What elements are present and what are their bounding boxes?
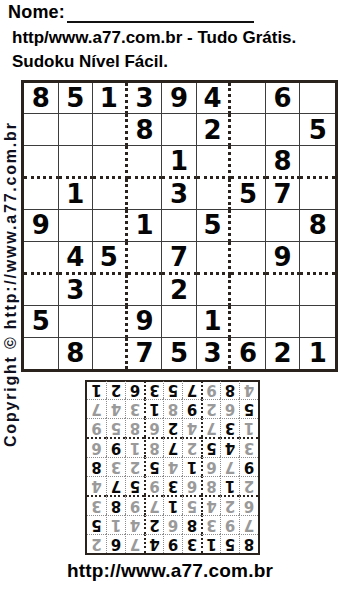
solution-cell-r5c3: 6 [201,457,220,476]
solution-cell-r5c9: 8 [87,457,106,476]
solution-cell-r1c3: 1 [201,534,220,553]
solution-cell-r6c8: 9 [106,437,125,457]
solution-cell-r9c9: 1 [87,381,106,399]
cell-r7c5: 2 [162,275,197,306]
cell-r1c2: 5 [59,83,94,114]
solution-cell-r1c8: 6 [106,534,125,553]
solution-cell-r2c5: 6 [163,515,182,534]
solution-cell-r5c5: 4 [163,457,182,476]
cell-r3c7[interactable] [231,146,266,179]
solution-cell-r7c2: 3 [220,418,239,437]
cell-r5c4: 1 [128,210,163,241]
copyright-vertical-text: Copyright © http://www.a77.com.br [2,121,20,447]
solution-cell-r6c9: 6 [87,437,106,457]
cell-r2c8[interactable] [266,114,301,145]
cell-r6c9[interactable] [300,242,335,275]
cell-r1c8: 6 [266,83,301,114]
footer-url: http://www.a77.com.br [0,560,340,582]
solution-cell-r5c2: 7 [220,457,239,476]
solution-cell-r6c5: 7 [163,437,182,457]
cell-r4c9[interactable] [300,179,335,210]
solution-cell-r1c2: 5 [220,534,239,553]
cell-r3c1[interactable] [24,146,59,179]
cell-r9c4: 7 [128,338,163,369]
cell-r7c2: 3 [59,275,94,306]
solution-cell-r8c3: 2 [201,399,220,418]
solution-cell-r6c3: 5 [201,437,220,457]
cell-r8c8[interactable] [266,306,301,337]
solution-cell-r3c9: 3 [87,495,106,515]
cell-r7c8[interactable] [266,275,301,306]
solution-cell-r5c8: 3 [106,457,125,476]
solution-cell-r2c9: 5 [87,515,106,534]
solution-cell-r1c7: 7 [125,534,144,553]
cell-r4c1[interactable] [24,179,59,210]
solution-cell-r2c7: 4 [125,515,144,534]
cell-r2c1[interactable] [24,114,59,145]
cell-r3c8: 8 [266,146,301,179]
cell-r7c1[interactable] [24,275,59,306]
cell-r2c3[interactable] [93,114,128,145]
name-write-in-line[interactable] [67,3,254,23]
cell-r3c3[interactable] [93,146,128,179]
solution-cell-r8c9: 7 [87,399,106,418]
solution-cell-r2c3: 3 [201,515,220,534]
solution-cell-r4c2: 1 [220,476,239,495]
cell-r9c5: 5 [162,338,197,369]
cell-r9c8: 2 [266,338,301,369]
cell-r5c1: 9 [24,210,59,241]
cell-r8c9[interactable] [300,306,335,337]
cell-r8c6: 1 [197,306,232,337]
solution-cell-r9c1: 4 [239,381,258,399]
solution-cell-r2c1: 7 [239,515,258,534]
cell-r7c7[interactable] [231,275,266,306]
solution-cell-r5c7: 2 [125,457,144,476]
solution-cell-r6c7: 1 [125,437,144,457]
cell-r8c3[interactable] [93,306,128,337]
cell-r3c5: 1 [162,146,197,179]
cell-r6c8: 9 [266,242,301,275]
solution-cell-r3c1: 6 [239,495,258,515]
cell-r2c4: 8 [128,114,163,145]
cell-r4c8: 7 [266,179,301,210]
solution-cell-r4c8: 7 [106,476,125,495]
solution-cell-r7c4: 4 [182,418,201,437]
cell-r7c3[interactable] [93,275,128,306]
cell-r2c2[interactable] [59,114,94,145]
solution-cell-r9c8: 2 [106,381,125,399]
cell-r9c1[interactable] [24,338,59,369]
solution-cell-r8c2: 6 [220,399,239,418]
cell-r6c2: 4 [59,242,94,275]
solution-board: 8513947627938624156245179832186395749761… [85,380,260,555]
cell-r7c9[interactable] [300,275,335,306]
cell-r9c3[interactable] [93,338,128,369]
cell-r3c4[interactable] [128,146,163,179]
cell-r2c7[interactable] [231,114,266,145]
cell-r6c1[interactable] [24,242,59,275]
solution-cell-r4c7: 5 [125,476,144,495]
solution-cell-r7c5: 2 [163,418,182,437]
solution-cell-r1c6: 4 [144,534,163,553]
cell-r6c3: 5 [93,242,128,275]
solution-cell-r9c7: 6 [125,381,144,399]
solution-cell-r5c4: 1 [182,457,201,476]
solution-cell-r7c8: 5 [106,418,125,437]
cell-r5c9: 8 [300,210,335,241]
name-row: Nome: [8,2,332,23]
cell-r5c5[interactable] [162,210,197,241]
cell-r1c3: 1 [93,83,128,114]
solution-cell-r8c7: 3 [125,399,144,418]
cell-r8c2[interactable] [59,306,94,337]
cell-r6c5: 7 [162,242,197,275]
solution-cell-r3c7: 9 [125,495,144,515]
solution-cell-r7c3: 7 [201,418,220,437]
cell-r1c4: 3 [128,83,163,114]
cell-r3c6[interactable] [197,146,232,179]
cell-r4c3[interactable] [93,179,128,210]
solution-cell-r9c3: 9 [201,381,220,399]
solution-cell-r3c8: 8 [106,495,125,515]
solution-cell-r3c4: 5 [182,495,201,515]
name-label: Nome: [8,2,65,23]
solution-cell-r1c1: 8 [239,534,258,553]
solution-cell-r3c3: 4 [201,495,220,515]
cell-r8c7[interactable] [231,306,266,337]
cell-r1c6: 4 [197,83,232,114]
solution-cell-r7c6: 6 [144,418,163,437]
cell-r5c8[interactable] [266,210,301,241]
solution-cell-r3c5: 1 [163,495,182,515]
solution-cell-r4c5: 3 [163,476,182,495]
solution-cell-r6c2: 4 [220,437,239,457]
solution-cell-r1c4: 3 [182,534,201,553]
solution-cell-r1c5: 9 [163,534,182,553]
cell-r9c9: 1 [300,338,335,369]
solution-cell-r7c7: 8 [125,418,144,437]
solution-cell-r9c4: 7 [182,381,201,399]
worksheet-page: Nome: http/www.a77.com.br - Tudo Grátis.… [0,0,340,596]
cell-r8c5[interactable] [162,306,197,337]
cell-r5c2[interactable] [59,210,94,241]
cell-r2c9: 5 [300,114,335,145]
cell-r2c5[interactable] [162,114,197,145]
sudoku-board: 851394682518135791584579325918753621 [21,80,338,372]
solution-cell-r2c4: 8 [182,515,201,534]
site-header-text: http/www.a77.com.br - Tudo Grátis. [12,28,296,48]
cell-r6c7[interactable] [231,242,266,275]
cell-r3c9[interactable] [300,146,335,179]
cell-r1c5: 9 [162,83,197,114]
cell-r8c4: 9 [128,306,163,337]
cell-r4c4[interactable] [128,179,163,210]
cell-r7c6[interactable] [197,275,232,306]
solution-cell-r3c6: 7 [144,495,163,515]
cell-r7c4[interactable] [128,275,163,306]
solution-cell-r2c6: 2 [144,515,163,534]
solution-cell-r7c9: 9 [87,418,106,437]
solution-cell-r7c1: 1 [239,418,258,437]
solution-cell-r4c1: 2 [239,476,258,495]
solution-cell-r5c6: 5 [144,457,163,476]
cell-r5c3[interactable] [93,210,128,241]
cell-r5c6: 5 [197,210,232,241]
cell-r6c4[interactable] [128,242,163,275]
solution-cell-r6c1: 3 [239,437,258,457]
cell-r8c1: 5 [24,306,59,337]
solution-cell-r5c1: 9 [239,457,258,476]
solution-cell-r8c5: 8 [163,399,182,418]
solution-cell-r6c6: 8 [144,437,163,457]
solution-cell-r8c4: 9 [182,399,201,418]
cell-r1c9[interactable] [300,83,335,114]
solution-cell-r6c4: 2 [182,437,201,457]
cell-r4c7: 5 [231,179,266,210]
solution-cell-r4c4: 6 [182,476,201,495]
cell-r9c2: 8 [59,338,94,369]
cell-r9c7: 6 [231,338,266,369]
solution-cell-r4c3: 8 [201,476,220,495]
solution-cell-r2c8: 1 [106,515,125,534]
cell-r4c2: 1 [59,179,94,210]
solution-cell-r9c5: 5 [163,381,182,399]
solution-cell-r3c2: 2 [220,495,239,515]
solution-cell-r4c6: 9 [144,476,163,495]
solution-cell-r8c1: 5 [239,399,258,418]
cell-r4c5: 3 [162,179,197,210]
cell-r1c1: 8 [24,83,59,114]
solution-cell-r4c9: 4 [87,476,106,495]
cell-r6c6[interactable] [197,242,232,275]
cell-r1c7[interactable] [231,83,266,114]
cell-r9c6: 3 [197,338,232,369]
solution-cell-r2c2: 9 [220,515,239,534]
cell-r3c2[interactable] [59,146,94,179]
solution-cell-r8c8: 4 [106,399,125,418]
solution-cell-r1c9: 2 [87,534,106,553]
solution-cell-r9c6: 3 [144,381,163,399]
cell-r5c7[interactable] [231,210,266,241]
difficulty-header-text: Sudoku Nível Fácil. [12,52,168,72]
solution-cell-r8c6: 1 [144,399,163,418]
cell-r2c6: 2 [197,114,232,145]
cell-r4c6[interactable] [197,179,232,210]
solution-cell-r9c2: 8 [220,381,239,399]
